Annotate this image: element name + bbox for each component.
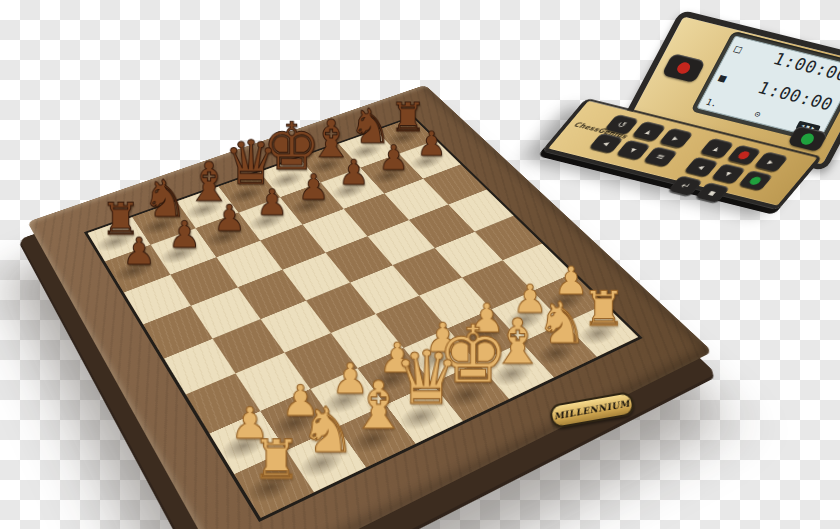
chessboard-scene: ♜♞♝♛♚♝♞♜♟♟♟♟♟♟♟♟♟♟♟♟♟♟♟♟♜♞♝♛♚♝♞♜ [100, 33, 600, 529]
square-a7[interactable]: ♟ [105, 245, 170, 292]
move-number: 1. [704, 98, 719, 109]
product-photo-canvas: ♜♞♝♛♚♝♞♜♟♟♟♟♟♟♟♟♟♟♟♟♟♟♟♟♜♞♝♛♚♝♞♜ MILLENN… [0, 0, 840, 529]
clock-lcd-bezel: □ 1:00:00 ■ 1:00:00 1. ⊙ ◂▪▸ [691, 31, 840, 144]
square-a1[interactable]: ♜ [234, 450, 314, 518]
green-dot [799, 132, 816, 146]
red-dot [737, 150, 752, 160]
clock-lcd-screen: □ 1:00:00 ■ 1:00:00 1. ⊙ ◂▪▸ [696, 35, 840, 139]
keypad-button[interactable]: ≡ [643, 146, 678, 167]
keypad-button-green[interactable] [738, 170, 773, 191]
keypad-button[interactable]: ▪ [695, 182, 730, 203]
black-square-icon: ■ [717, 72, 729, 84]
chess-clock: □ 1:00:00 ■ 1:00:00 1. ⊙ ◂▪▸ [580, 4, 838, 180]
piece-black-pawn[interactable]: ♟ [95, 233, 184, 271]
keypad-left: ↺▴▸◂▾≡ [589, 114, 695, 167]
clock-red-button[interactable] [661, 53, 706, 83]
lcd-status-icon: ⊙ [752, 110, 762, 120]
piece-white-rook[interactable]: ♜ [223, 432, 330, 486]
keypad-right: ▴▸◂▾↵▪ [668, 138, 790, 210]
white-square-icon: □ [732, 43, 744, 55]
keypad-button[interactable]: ▸ [659, 128, 694, 149]
keypad-button[interactable]: ▸ [754, 151, 789, 172]
red-dot [675, 61, 692, 75]
chessboard: ♜♞♝♛♚♝♞♜♟♟♟♟♟♟♟♟♟♟♟♟♟♟♟♟♜♞♝♛♚♝♞♜ [84, 115, 643, 522]
green-dot [748, 176, 763, 186]
